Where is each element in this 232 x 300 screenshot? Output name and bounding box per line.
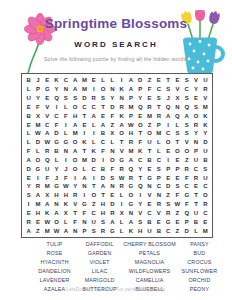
grid-cell: S xyxy=(108,173,117,182)
grid-cell: P xyxy=(126,94,135,103)
grid-cell: E xyxy=(164,173,173,182)
grid-cell: M xyxy=(71,129,80,138)
grid-cell: Z xyxy=(145,76,154,85)
grid-cell: T xyxy=(154,102,163,111)
grid-cell: I xyxy=(33,173,42,182)
grid-cell: N xyxy=(80,217,89,226)
grid-cell: U xyxy=(89,217,98,226)
grid-cell: I xyxy=(52,102,61,111)
grid-cell: G xyxy=(126,200,135,209)
grid-cell: T xyxy=(80,111,89,120)
grid-cell: D xyxy=(89,155,98,164)
grid-cell: Y xyxy=(136,200,145,209)
grid-cell: F xyxy=(136,138,145,147)
grid-cell: A xyxy=(126,76,135,85)
grid-cell: R xyxy=(117,182,126,191)
grid-cell: D xyxy=(52,129,61,138)
grid-cell: D xyxy=(182,226,191,235)
word-item: PANSY xyxy=(178,240,221,249)
puzzle-type-heading: WORD SEARCH xyxy=(0,40,232,49)
grid-cell: G xyxy=(52,138,61,147)
grid-cell: E xyxy=(145,164,154,173)
grid-cell: V xyxy=(136,208,145,217)
grid-cell: P xyxy=(154,173,163,182)
grid-cell: L xyxy=(24,129,33,138)
word-item: MAGNOLIA xyxy=(123,258,176,267)
word-item: ORCHID xyxy=(178,276,221,285)
grid-cell: G xyxy=(43,85,52,94)
grid-cell: E xyxy=(108,191,117,200)
grid-cell: F xyxy=(33,102,42,111)
grid-cell: P xyxy=(154,120,163,129)
grid-cell: Z xyxy=(182,155,191,164)
word-item: CAMELLIA xyxy=(123,276,176,285)
grid-cell: A xyxy=(80,173,89,182)
grid-cell: J xyxy=(164,94,173,103)
grid-cell: C xyxy=(98,138,107,147)
grid-cell: C xyxy=(164,226,173,235)
footer-credit: LetsDoPuzzles.com - For personal use onl… xyxy=(0,287,232,292)
word-item: CROCUS xyxy=(178,258,221,267)
grid-cell: O xyxy=(71,138,80,147)
grid-cell: N xyxy=(108,147,117,156)
word-item: VIOLET xyxy=(78,258,121,267)
grid-cell: R xyxy=(201,200,210,209)
grid-cell: A xyxy=(126,155,135,164)
grid-cell: V xyxy=(191,76,200,85)
grid-cell: P xyxy=(126,111,135,120)
grid-cell: A xyxy=(126,217,135,226)
grid-cell: F xyxy=(61,111,70,120)
word-item: BUD xyxy=(178,249,221,258)
grid-cell: E xyxy=(154,217,163,226)
grid-cell: F xyxy=(108,164,117,173)
grid-cell: Y xyxy=(33,94,42,103)
word-item: WILDFLOWERS xyxy=(123,267,176,276)
grid-cell: E xyxy=(191,94,200,103)
grid-cell: M xyxy=(80,85,89,94)
grid-cell: C xyxy=(182,182,191,191)
grid-cell: I xyxy=(80,191,89,200)
grid-cell: U xyxy=(145,226,154,235)
grid-cell: G xyxy=(182,191,191,200)
grid-cell: L xyxy=(108,76,117,85)
grid-cell: C xyxy=(89,208,98,217)
grid-cell: C xyxy=(154,85,163,94)
grid-cell: Q xyxy=(182,102,191,111)
grid-cell: E xyxy=(145,94,154,103)
page-title: Springtime Blossoms xyxy=(0,16,232,31)
grid-cell: H xyxy=(126,129,135,138)
grid-cell: R xyxy=(33,182,42,191)
grid-cell: S xyxy=(173,129,182,138)
grid-cell: K xyxy=(52,76,61,85)
grid-cell: X xyxy=(61,208,70,217)
grid-cell: X xyxy=(33,111,42,120)
grid-cell: Q xyxy=(182,208,191,217)
grid-cell: B xyxy=(98,129,107,138)
grid-cell: M xyxy=(145,111,154,120)
grid-cell: E xyxy=(24,102,33,111)
grid-cell: S xyxy=(24,191,33,200)
grid-cell: F xyxy=(108,111,117,120)
grid-cell: E xyxy=(89,76,98,85)
grid-cell: S xyxy=(164,200,173,209)
grid-cell: V xyxy=(117,147,126,156)
grid-cell: E xyxy=(24,120,33,129)
grid-cell: D xyxy=(98,173,107,182)
grid-cell: B xyxy=(145,155,154,164)
grid-cell: T xyxy=(117,138,126,147)
grid-cell: B xyxy=(145,217,154,226)
grid-cell: W xyxy=(43,138,52,147)
grid-cell: S xyxy=(182,76,191,85)
grid-cell: L xyxy=(98,76,107,85)
grid-cell: E xyxy=(191,182,200,191)
grid-cell: T xyxy=(145,147,154,156)
grid-cell: R xyxy=(43,147,52,156)
grid-cell: G xyxy=(80,200,89,209)
grid-cell: Y xyxy=(201,129,210,138)
grid-cell: M xyxy=(126,147,135,156)
grid-cell: U xyxy=(201,147,210,156)
grid-cell: S xyxy=(154,94,163,103)
grid-cell: S xyxy=(191,102,200,111)
grid-cell: P xyxy=(182,217,191,226)
word-item: MARIGOLD xyxy=(78,276,121,285)
grid-cell: P xyxy=(33,85,42,94)
grid-cell: H xyxy=(136,226,145,235)
grid-cell: K xyxy=(136,147,145,156)
grid-cell: W xyxy=(61,182,70,191)
grid-cell: A xyxy=(108,217,117,226)
grid-cell: L xyxy=(89,138,98,147)
grid-cell: A xyxy=(71,76,80,85)
grid-cell: I xyxy=(164,120,173,129)
grid-cell: F xyxy=(145,85,154,94)
grid-cell: D xyxy=(24,164,33,173)
grid-cell: I xyxy=(98,155,107,164)
grid-cell: Y xyxy=(136,164,145,173)
grid-cell: I xyxy=(117,200,126,209)
grid-cell: R xyxy=(154,200,163,209)
grid-cell: K xyxy=(89,147,98,156)
grid-cell: R xyxy=(145,102,154,111)
grid-cell: R xyxy=(164,208,173,217)
grid-cell: S xyxy=(154,164,163,173)
grid-cell: L xyxy=(61,102,70,111)
grid-cell: Z xyxy=(145,120,154,129)
grid-cell: C xyxy=(164,129,173,138)
grid-cell: Y xyxy=(24,182,33,191)
word-item: LAVENDER xyxy=(33,276,76,285)
grid-cell: U xyxy=(201,76,210,85)
grid-cell: A xyxy=(98,182,107,191)
grid-cell: R xyxy=(126,173,135,182)
grid-cell: F xyxy=(71,217,80,226)
grid-cell: O xyxy=(201,191,210,200)
grid-cell: T xyxy=(98,191,107,200)
grid-cell: O xyxy=(173,147,182,156)
grid-cell: C xyxy=(80,102,89,111)
grid-cell: G xyxy=(126,182,135,191)
grid-cell: C xyxy=(201,182,210,191)
grid-cell: V xyxy=(43,111,52,120)
word-item: CHERRY BLOSSOM xyxy=(123,240,176,249)
grid-cell: N xyxy=(61,85,70,94)
grid-cell: X xyxy=(117,208,126,217)
grid-cell: K xyxy=(117,85,126,94)
grid-cell: L xyxy=(191,226,200,235)
grid-cell: R xyxy=(24,217,33,226)
grid-cell: R xyxy=(154,111,163,120)
grid-cell: Y xyxy=(52,85,61,94)
word-list: TULIPROSEHYACINTHDANDELIONLAVENDERAZALEA… xyxy=(33,240,221,293)
grid-cell: T xyxy=(136,173,145,182)
grid-cell: O xyxy=(164,138,173,147)
grid-cell: I xyxy=(136,191,145,200)
grid-cell: I xyxy=(61,155,70,164)
grid-cell: B xyxy=(24,76,33,85)
grid-cell: S xyxy=(164,85,173,94)
grid-cell: G xyxy=(145,173,154,182)
word-item: GARDEN xyxy=(78,249,121,258)
grid-cell: Q xyxy=(52,94,61,103)
grid-cell: W xyxy=(43,217,52,226)
grid-cell: S xyxy=(89,226,98,235)
word-list-column: DAFFODILGARDENVIOLETLILACMARIGOLDBUTTERC… xyxy=(78,240,121,293)
grid-cell: K xyxy=(80,138,89,147)
grid-cell: F xyxy=(24,147,33,156)
grid-cell: Z xyxy=(33,226,42,235)
grid-cell: O xyxy=(145,129,154,138)
grid-cell: S xyxy=(182,94,191,103)
grid-cell: D xyxy=(33,138,42,147)
grid-cell: G xyxy=(61,138,70,147)
grid-cell: O xyxy=(108,155,117,164)
grid-cell: H xyxy=(33,208,42,217)
grid-cell: C xyxy=(191,164,200,173)
grid-cell: R xyxy=(98,226,107,235)
grid-cell: K xyxy=(201,111,210,120)
grid-cell: E xyxy=(201,217,210,226)
grid-cell: A xyxy=(89,111,98,120)
grid-cell: H xyxy=(61,191,70,200)
grid-cell: O xyxy=(136,120,145,129)
grid-cell: G xyxy=(52,182,61,191)
grid-cell: O xyxy=(52,217,61,226)
grid-cell: A xyxy=(71,120,80,129)
grid-cell: P xyxy=(80,226,89,235)
grid-cell: A xyxy=(71,85,80,94)
grid-cell: O xyxy=(33,155,42,164)
grid-cell: W xyxy=(52,226,61,235)
grid-cell: M xyxy=(201,102,210,111)
grid-cell: L xyxy=(108,138,117,147)
grid-cell: C xyxy=(89,102,98,111)
grid-cell: W xyxy=(126,120,135,129)
grid-cell: J xyxy=(61,164,70,173)
grid-cell: E xyxy=(173,217,182,226)
grid-cell: A xyxy=(33,191,42,200)
grid-cell: E xyxy=(145,200,154,209)
grid-cell: M xyxy=(43,226,52,235)
grid-cell: E xyxy=(164,147,173,156)
grid-cell: H xyxy=(98,200,107,209)
grid-cell: R xyxy=(182,164,191,173)
grid-cell: Z xyxy=(173,226,182,235)
grid-cell: K xyxy=(61,200,70,209)
grid-cell: K xyxy=(117,111,126,120)
grid-cell: B xyxy=(98,164,107,173)
word-item: TULIP xyxy=(33,240,76,249)
grid-cell: E xyxy=(33,217,42,226)
grid-cell: S xyxy=(182,120,191,129)
grid-cell: T xyxy=(98,102,107,111)
grid-cell: A xyxy=(98,120,107,129)
grid-cell: O xyxy=(182,147,191,156)
grid-cell: F xyxy=(173,191,182,200)
grid-cell: G xyxy=(108,226,117,235)
grid-cell: N xyxy=(126,208,135,217)
grid-cell: T xyxy=(136,129,145,138)
grid-cell: F xyxy=(182,200,191,209)
grid-cell: R xyxy=(71,191,80,200)
grid-cell: R xyxy=(201,85,210,94)
grid-cell: M xyxy=(126,102,135,111)
grid-cell: D xyxy=(164,182,173,191)
grid-cell: A xyxy=(71,147,80,156)
word-list-column: TULIPROSEHYACINTHDANDELIONLAVENDERAZALEA xyxy=(33,240,76,293)
grid-cell: E xyxy=(43,76,52,85)
grid-cell: S xyxy=(182,129,191,138)
grid-cell: N xyxy=(61,147,70,156)
grid-cell: S xyxy=(201,164,210,173)
grid-cell: L xyxy=(33,147,42,156)
grid-cell: R xyxy=(191,120,200,129)
grid-cell: Z xyxy=(108,120,117,129)
grid-cell: N xyxy=(191,138,200,147)
word-item: DAFFODIL xyxy=(78,240,121,249)
grid-cell: Z xyxy=(164,191,173,200)
grid-cell: I xyxy=(61,120,70,129)
grid-cell: Z xyxy=(89,200,98,209)
instructions-text: Solve the following puzzle by finding al… xyxy=(0,56,232,62)
grid-cell: H xyxy=(98,208,107,217)
grid-cell: N xyxy=(145,182,154,191)
grid-cell: D xyxy=(108,102,117,111)
grid-cell: T xyxy=(191,191,200,200)
grid-cell: I xyxy=(24,200,33,209)
grid-cell: M xyxy=(201,226,210,235)
grid-cell: D xyxy=(108,200,117,209)
grid-cell: I xyxy=(89,129,98,138)
grid-cell: V xyxy=(173,85,182,94)
grid-cell: T xyxy=(89,182,98,191)
grid-cell: X xyxy=(173,94,182,103)
grid-cell: L xyxy=(80,164,89,173)
grid-cell: C xyxy=(201,208,210,217)
grid-cell: K xyxy=(201,120,210,129)
grid-cell: B xyxy=(201,155,210,164)
grid-cell: S xyxy=(98,94,107,103)
grid-cell: C xyxy=(61,76,70,85)
grid-cell: Q xyxy=(126,164,135,173)
grid-cell: C xyxy=(182,85,191,94)
grid-cell: J xyxy=(33,76,42,85)
grid-cell: L xyxy=(52,155,61,164)
grid-cell: V xyxy=(182,138,191,147)
grid-cell: C xyxy=(154,182,163,191)
grid-cell: E xyxy=(43,94,52,103)
grid-cell: R xyxy=(117,164,126,173)
grid-cell: V xyxy=(154,208,163,217)
grid-cell: K xyxy=(43,208,52,217)
grid-cell: O xyxy=(71,102,80,111)
grid-cell: M xyxy=(80,155,89,164)
grid-cell: C xyxy=(136,155,145,164)
grid-cell: S xyxy=(61,94,70,103)
grid-cell: H xyxy=(71,111,80,120)
grid-cell: G xyxy=(117,155,126,164)
grid-cell: Q xyxy=(173,111,182,120)
grid-cell: A xyxy=(24,226,33,235)
word-item: ROSE xyxy=(33,249,76,258)
grid-cell: F xyxy=(43,173,52,182)
grid-cell: E xyxy=(24,173,33,182)
grid-cell: S xyxy=(71,94,80,103)
grid-cell: U xyxy=(43,164,52,173)
grid-cell: C xyxy=(154,155,163,164)
grid-cell: T xyxy=(80,147,89,156)
letter-grid: BJEKCAMELLIADZETESVULPGYNAMIONKAPFCSVCYR… xyxy=(21,73,213,238)
grid-cell: M xyxy=(33,200,42,209)
grid-cell: H xyxy=(52,191,61,200)
grid-cell: D xyxy=(201,138,210,147)
grid-cell: Y xyxy=(108,94,117,103)
grid-cell: E xyxy=(173,155,182,164)
grid-cell: S xyxy=(173,182,182,191)
grid-cell: S xyxy=(98,217,107,226)
grid-cell: Q xyxy=(136,102,145,111)
grid-cell: K xyxy=(126,226,135,235)
grid-cell: Q xyxy=(164,102,173,111)
grid-cell: Q xyxy=(136,182,145,191)
grid-cell: R xyxy=(191,173,200,182)
grid-cell: N xyxy=(173,102,182,111)
grid-cell: I xyxy=(117,76,126,85)
grid-cell: M xyxy=(33,120,42,129)
grid-cell: C xyxy=(43,120,52,129)
grid-cell: Y xyxy=(191,129,200,138)
grid-cell: O xyxy=(98,85,107,94)
grid-cell: M xyxy=(80,76,89,85)
grid-cell: A xyxy=(43,200,52,209)
grid-cell: Z xyxy=(173,208,182,217)
grid-cell: O xyxy=(89,191,98,200)
grid-cell: T xyxy=(164,76,173,85)
grid-cell: U xyxy=(201,173,210,182)
grid-cell: F xyxy=(52,120,61,129)
grid-cell: F xyxy=(182,173,191,182)
grid-cell: M xyxy=(154,129,163,138)
grid-cell: X xyxy=(43,191,52,200)
grid-cell: R xyxy=(108,208,117,217)
grid-cell: U xyxy=(145,138,154,147)
grid-cell: X xyxy=(108,129,117,138)
word-search-page: Springtime Blossoms WORD SEARCH Solve th… xyxy=(0,0,232,300)
grid-cell: A xyxy=(24,155,33,164)
